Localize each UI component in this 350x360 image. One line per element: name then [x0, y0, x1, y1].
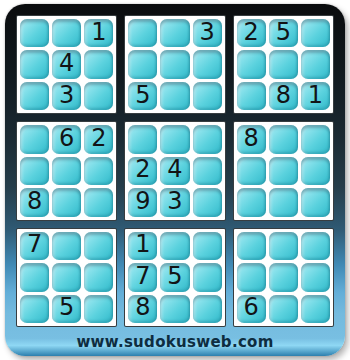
cell-r4c2[interactable]: 6 [52, 125, 81, 153]
cell-r3c3[interactable] [84, 82, 113, 110]
cell-r4c9[interactable] [301, 125, 330, 153]
cell-r5c2[interactable] [52, 157, 81, 185]
cell-r2c3[interactable] [84, 50, 113, 78]
cell-r9c8[interactable] [269, 295, 298, 323]
cell-r6c5[interactable]: 3 [160, 188, 189, 216]
cell-r8c4[interactable]: 7 [128, 263, 157, 291]
cell-r6c9[interactable] [301, 188, 330, 216]
cell-r3c4[interactable]: 5 [128, 82, 157, 110]
cell-r1c6[interactable]: 3 [193, 19, 222, 47]
cell-r2c1[interactable] [20, 50, 49, 78]
cell-r2c7[interactable] [237, 50, 266, 78]
cell-r2c5[interactable] [160, 50, 189, 78]
cell-r9c6[interactable] [193, 295, 222, 323]
cell-r7c2[interactable] [52, 232, 81, 260]
cell-r2c6[interactable] [193, 50, 222, 78]
cell-r5c4[interactable]: 2 [128, 157, 157, 185]
box-3: 2581 [233, 15, 334, 114]
sudoku-board: 143 35 2581 628 2493 8 75 1758 6 www.sud… [5, 4, 345, 356]
cell-r5c7[interactable] [237, 157, 266, 185]
cell-r2c9[interactable] [301, 50, 330, 78]
cell-r8c1[interactable] [20, 263, 49, 291]
cell-r5c3[interactable] [84, 157, 113, 185]
cell-r9c5[interactable] [160, 295, 189, 323]
page: 143 35 2581 628 2493 8 75 1758 6 www.sud… [0, 0, 350, 360]
cell-r4c7[interactable]: 8 [237, 125, 266, 153]
cell-r9c3[interactable] [84, 295, 113, 323]
cell-r7c1[interactable]: 7 [20, 232, 49, 260]
cell-r7c9[interactable] [301, 232, 330, 260]
cell-r1c4[interactable] [128, 19, 157, 47]
cell-r2c2[interactable]: 4 [52, 50, 81, 78]
cell-r5c8[interactable] [269, 157, 298, 185]
cell-r5c1[interactable] [20, 157, 49, 185]
cell-r9c4[interactable]: 8 [128, 295, 157, 323]
box-9: 6 [233, 228, 334, 327]
cell-r9c2[interactable]: 5 [52, 295, 81, 323]
cell-r3c8[interactable]: 8 [269, 82, 298, 110]
cell-r1c1[interactable] [20, 19, 49, 47]
cell-r8c8[interactable] [269, 263, 298, 291]
cell-r5c9[interactable] [301, 157, 330, 185]
cell-r6c7[interactable] [237, 188, 266, 216]
cell-r6c8[interactable] [269, 188, 298, 216]
cell-r4c6[interactable] [193, 125, 222, 153]
cell-r6c1[interactable]: 8 [20, 188, 49, 216]
box-7: 75 [16, 228, 117, 327]
cell-r7c3[interactable] [84, 232, 113, 260]
cell-r8c9[interactable] [301, 263, 330, 291]
cell-r6c3[interactable] [84, 188, 113, 216]
box-5: 2493 [124, 121, 225, 220]
cell-r3c6[interactable] [193, 82, 222, 110]
box-2: 35 [124, 15, 225, 114]
cell-r1c9[interactable] [301, 19, 330, 47]
cell-r3c1[interactable] [20, 82, 49, 110]
cell-r2c4[interactable] [128, 50, 157, 78]
box-4: 628 [16, 121, 117, 220]
cell-r2c8[interactable] [269, 50, 298, 78]
cell-r8c7[interactable] [237, 263, 266, 291]
cell-r9c7[interactable]: 6 [237, 295, 266, 323]
cell-r7c6[interactable] [193, 232, 222, 260]
cell-r4c4[interactable] [128, 125, 157, 153]
cell-r7c7[interactable] [237, 232, 266, 260]
cell-r7c4[interactable]: 1 [128, 232, 157, 260]
cell-r6c2[interactable] [52, 188, 81, 216]
cell-r7c8[interactable] [269, 232, 298, 260]
box-8: 1758 [124, 228, 225, 327]
cell-r1c7[interactable]: 2 [237, 19, 266, 47]
cell-r4c8[interactable] [269, 125, 298, 153]
cell-r3c7[interactable] [237, 82, 266, 110]
cell-r6c6[interactable] [193, 188, 222, 216]
cell-r3c5[interactable] [160, 82, 189, 110]
cell-r7c5[interactable] [160, 232, 189, 260]
cell-r5c6[interactable] [193, 157, 222, 185]
cell-r6c4[interactable]: 9 [128, 188, 157, 216]
cell-r3c2[interactable]: 3 [52, 82, 81, 110]
cell-r1c5[interactable] [160, 19, 189, 47]
cell-r3c9[interactable]: 1 [301, 82, 330, 110]
cell-r8c2[interactable] [52, 263, 81, 291]
box-1: 143 [16, 15, 117, 114]
cell-r4c1[interactable] [20, 125, 49, 153]
cell-r1c8[interactable]: 5 [269, 19, 298, 47]
cell-r8c3[interactable] [84, 263, 113, 291]
box-6: 8 [233, 121, 334, 220]
sudoku-board-grid: 143 35 2581 628 2493 8 75 1758 6 [16, 15, 334, 327]
cell-r4c5[interactable] [160, 125, 189, 153]
cell-r1c2[interactable] [52, 19, 81, 47]
cell-r8c6[interactable] [193, 263, 222, 291]
cell-r4c3[interactable]: 2 [84, 125, 113, 153]
cell-r1c3[interactable]: 1 [84, 19, 113, 47]
cell-r5c5[interactable]: 4 [160, 157, 189, 185]
cell-r9c1[interactable] [20, 295, 49, 323]
cell-r8c5[interactable]: 5 [160, 263, 189, 291]
footer: www.sudokusweb.com [16, 327, 334, 356]
cell-r9c9[interactable] [301, 295, 330, 323]
site-url: www.sudokusweb.com [76, 333, 273, 351]
